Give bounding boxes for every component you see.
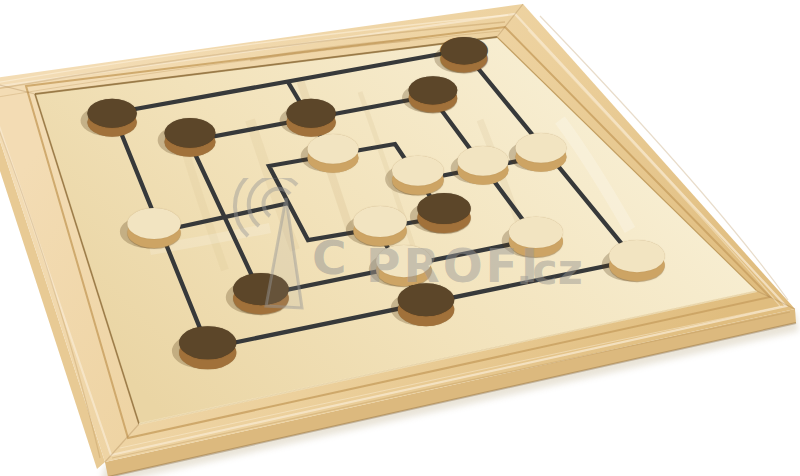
piece-top-face: ● (405, 68, 461, 105)
piece-top-face: ● (394, 275, 459, 318)
photo-stage: ●●●●●●●●●●●●●●●●●●●●●●●●●●●●●●●●●●●●●●●●… (0, 0, 800, 476)
piece-top-face: ● (437, 30, 491, 66)
piece-top-face: ● (605, 231, 669, 273)
piece-top-face: ● (505, 208, 567, 249)
piece-top-face: ● (161, 111, 219, 150)
piece-top-face: ● (123, 200, 184, 241)
piece-top-face: ● (84, 91, 141, 129)
piece-top-face: ● (454, 139, 512, 178)
piece-top-face: ● (512, 126, 570, 165)
piece-top-face: ● (413, 185, 474, 226)
point-c5[interactable] (255, 158, 283, 174)
point-b4[interactable] (211, 210, 239, 226)
piece-top-face: ● (229, 264, 293, 306)
point-c3[interactable] (294, 232, 322, 248)
piece-top-face: ● (175, 317, 240, 361)
piece-top-face: ● (304, 127, 362, 166)
point-c4[interactable] (275, 195, 303, 211)
